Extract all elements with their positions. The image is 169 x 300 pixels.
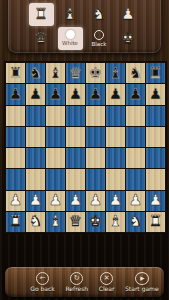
square-e1[interactable]: ♚ bbox=[86, 212, 105, 232]
square-f4[interactable] bbox=[106, 148, 125, 168]
square-e6[interactable] bbox=[86, 106, 105, 126]
square-d4[interactable] bbox=[66, 148, 85, 168]
black-pawn: ♟ bbox=[69, 87, 82, 102]
pawn-icon: ♟ bbox=[121, 7, 134, 22]
palette-rook[interactable]: ♜ bbox=[29, 3, 54, 26]
square-g6[interactable] bbox=[126, 106, 145, 126]
square-a6[interactable] bbox=[6, 106, 25, 126]
black-pawn: ♟ bbox=[9, 87, 22, 102]
square-h1[interactable]: ♜ bbox=[146, 212, 165, 232]
square-a5[interactable] bbox=[6, 127, 25, 147]
square-h2[interactable]: ♟ bbox=[146, 191, 165, 211]
white-rook: ♜ bbox=[9, 214, 22, 229]
square-c3[interactable] bbox=[46, 169, 65, 189]
white-knight: ♞ bbox=[29, 214, 42, 229]
palette-knight[interactable]: ♞ bbox=[87, 3, 112, 26]
square-c2[interactable]: ♟ bbox=[46, 191, 65, 211]
square-b7[interactable]: ♟ bbox=[26, 84, 45, 104]
square-a3[interactable] bbox=[6, 169, 25, 189]
king-icon: ♚ bbox=[121, 31, 134, 46]
square-b5[interactable] bbox=[26, 127, 45, 147]
play-icon: ▶ bbox=[135, 272, 149, 285]
piece-palette-grid: ♜♝♞♟♛WhiteBlack♚ bbox=[29, 3, 141, 50]
refresh-icon: ↻ bbox=[70, 272, 83, 285]
square-d2[interactable]: ♟ bbox=[66, 191, 85, 211]
clear-label: Clear bbox=[99, 286, 115, 292]
square-d5[interactable] bbox=[66, 127, 85, 147]
square-b8[interactable]: ♞ bbox=[26, 63, 45, 83]
square-f3[interactable] bbox=[106, 169, 125, 189]
white-bishop: ♝ bbox=[109, 214, 122, 229]
white-color-label: White bbox=[62, 41, 78, 47]
square-e2[interactable]: ♟ bbox=[86, 191, 105, 211]
palette-color-white[interactable]: White bbox=[58, 27, 83, 50]
black-pawn: ♟ bbox=[129, 87, 142, 102]
square-e4[interactable] bbox=[86, 148, 105, 168]
white-knight: ♞ bbox=[129, 214, 142, 229]
black-rook: ♜ bbox=[9, 66, 22, 81]
bottom-toolbar: ←Go back↻Refresh✕Clear▶Start game bbox=[5, 267, 164, 297]
black-knight: ♞ bbox=[29, 66, 42, 81]
black-bishop: ♝ bbox=[109, 66, 122, 81]
white-queen: ♛ bbox=[69, 214, 82, 229]
square-h8[interactable]: ♜ bbox=[146, 63, 165, 83]
square-c4[interactable] bbox=[46, 148, 65, 168]
white-pawn: ♟ bbox=[49, 193, 62, 208]
square-g7[interactable]: ♟ bbox=[126, 84, 145, 104]
square-h7[interactable]: ♟ bbox=[146, 84, 165, 104]
square-a7[interactable]: ♟ bbox=[6, 84, 25, 104]
square-d8[interactable]: ♛ bbox=[66, 63, 85, 83]
refresh-button[interactable]: ↻Refresh bbox=[65, 272, 88, 292]
queen-icon: ♛ bbox=[34, 31, 47, 46]
start-game-label: Start game bbox=[125, 286, 159, 292]
go-back-button[interactable]: ←Go back bbox=[30, 272, 55, 292]
piece-palette-panel: ♜♝♞♟♛WhiteBlack♚ bbox=[8, 0, 161, 53]
bishop-icon: ♝ bbox=[63, 7, 76, 22]
black-pawn: ♟ bbox=[149, 87, 162, 102]
black-pawn: ♟ bbox=[89, 87, 102, 102]
square-f2[interactable]: ♟ bbox=[106, 191, 125, 211]
square-b6[interactable] bbox=[26, 106, 45, 126]
white-circle-icon bbox=[66, 30, 75, 39]
square-g8[interactable]: ♞ bbox=[126, 63, 145, 83]
square-b4[interactable] bbox=[26, 148, 45, 168]
square-g1[interactable]: ♞ bbox=[126, 212, 145, 232]
go-back-label: Go back bbox=[30, 286, 55, 292]
square-a8[interactable]: ♜ bbox=[6, 63, 25, 83]
square-g2[interactable]: ♟ bbox=[126, 191, 145, 211]
black-knight: ♞ bbox=[129, 66, 142, 81]
square-a4[interactable] bbox=[6, 148, 25, 168]
black-king: ♚ bbox=[89, 66, 102, 81]
square-f6[interactable] bbox=[106, 106, 125, 126]
palette-bishop[interactable]: ♝ bbox=[58, 3, 83, 26]
square-b1[interactable]: ♞ bbox=[26, 212, 45, 232]
square-g4[interactable] bbox=[126, 148, 145, 168]
start-game-button[interactable]: ▶Start game bbox=[125, 272, 159, 292]
palette-color-black[interactable]: Black bbox=[87, 27, 112, 50]
square-a2[interactable]: ♟ bbox=[6, 191, 25, 211]
black-queen: ♛ bbox=[69, 66, 82, 81]
square-d3[interactable] bbox=[66, 169, 85, 189]
square-f1[interactable]: ♝ bbox=[106, 212, 125, 232]
square-c5[interactable] bbox=[46, 127, 65, 147]
black-pawn: ♟ bbox=[29, 87, 42, 102]
white-pawn: ♟ bbox=[89, 193, 102, 208]
square-f7[interactable]: ♟ bbox=[106, 84, 125, 104]
black-circle-icon bbox=[94, 30, 104, 40]
square-h5[interactable] bbox=[146, 127, 165, 147]
black-color-label: Black bbox=[92, 42, 107, 48]
square-g3[interactable] bbox=[126, 169, 145, 189]
clear-x-icon: ✕ bbox=[100, 272, 113, 285]
square-f8[interactable]: ♝ bbox=[106, 63, 125, 83]
square-c7[interactable]: ♟ bbox=[46, 84, 65, 104]
black-rook: ♜ bbox=[149, 66, 162, 81]
chess-app-screen: ♜♝♞♟♛WhiteBlack♚ ♜♞♝♛♚♝♞♜♟♟♟♟♟♟♟♟♟♟♟♟♟♟♟… bbox=[0, 0, 169, 300]
palette-pawn[interactable]: ♟ bbox=[116, 3, 141, 26]
square-e8[interactable]: ♚ bbox=[86, 63, 105, 83]
chess-board: ♜♞♝♛♚♝♞♜♟♟♟♟♟♟♟♟♟♟♟♟♟♟♟♟♜♞♝♛♚♝♞♜ bbox=[4, 61, 167, 234]
white-pawn: ♟ bbox=[129, 193, 142, 208]
square-c6[interactable] bbox=[46, 106, 65, 126]
white-pawn: ♟ bbox=[69, 193, 82, 208]
square-d6[interactable] bbox=[66, 106, 85, 126]
back-arrow-icon: ← bbox=[36, 272, 49, 285]
square-f5[interactable] bbox=[106, 127, 125, 147]
black-pawn: ♟ bbox=[109, 87, 122, 102]
white-pawn: ♟ bbox=[149, 193, 162, 208]
square-d7[interactable]: ♟ bbox=[66, 84, 85, 104]
square-h4[interactable] bbox=[146, 148, 165, 168]
square-a1[interactable]: ♜ bbox=[6, 212, 25, 232]
square-e7[interactable]: ♟ bbox=[86, 84, 105, 104]
knight-icon: ♞ bbox=[92, 7, 105, 22]
square-e5[interactable] bbox=[86, 127, 105, 147]
square-c8[interactable]: ♝ bbox=[46, 63, 65, 83]
black-pawn: ♟ bbox=[49, 87, 62, 102]
palette-queen[interactable]: ♛ bbox=[29, 27, 54, 50]
black-bishop: ♝ bbox=[49, 66, 62, 81]
square-b3[interactable] bbox=[26, 169, 45, 189]
square-g5[interactable] bbox=[126, 127, 145, 147]
square-h6[interactable] bbox=[146, 106, 165, 126]
white-pawn: ♟ bbox=[109, 193, 122, 208]
clear-button[interactable]: ✕Clear bbox=[99, 272, 115, 292]
palette-king[interactable]: ♚ bbox=[116, 27, 141, 50]
square-c1[interactable]: ♝ bbox=[46, 212, 65, 232]
white-bishop: ♝ bbox=[49, 214, 62, 229]
white-rook: ♜ bbox=[149, 214, 162, 229]
square-d1[interactable]: ♛ bbox=[66, 212, 85, 232]
white-king: ♚ bbox=[89, 214, 102, 229]
refresh-label: Refresh bbox=[65, 286, 88, 292]
square-e3[interactable] bbox=[86, 169, 105, 189]
rook-icon: ♜ bbox=[34, 7, 47, 22]
white-pawn: ♟ bbox=[29, 193, 42, 208]
white-pawn: ♟ bbox=[9, 193, 22, 208]
square-h3[interactable] bbox=[146, 169, 165, 189]
square-b2[interactable]: ♟ bbox=[26, 191, 45, 211]
